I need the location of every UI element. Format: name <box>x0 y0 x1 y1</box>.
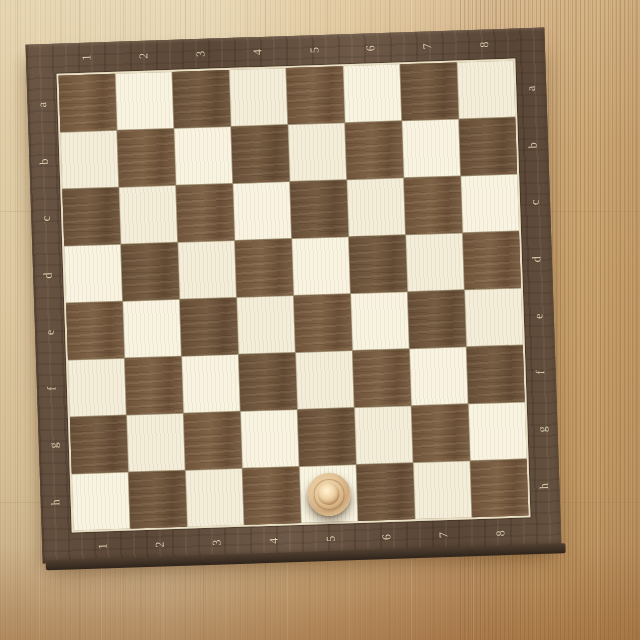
pawn-collar-ring <box>313 478 345 510</box>
square-g1[interactable] <box>70 416 128 474</box>
square-h3[interactable] <box>186 469 244 527</box>
square-f2[interactable] <box>125 357 183 415</box>
square-d6[interactable] <box>349 235 407 293</box>
square-f6[interactable] <box>353 349 411 407</box>
square-g8[interactable] <box>469 402 527 460</box>
square-b4[interactable] <box>231 125 289 183</box>
square-a5[interactable] <box>286 66 344 124</box>
square-b7[interactable] <box>402 119 460 177</box>
square-g5[interactable] <box>298 408 356 466</box>
square-a3[interactable] <box>173 70 231 128</box>
square-a4[interactable] <box>229 68 287 126</box>
square-b6[interactable] <box>345 121 403 179</box>
square-c2[interactable] <box>119 186 177 244</box>
square-e7[interactable] <box>408 290 466 348</box>
square-g4[interactable] <box>241 410 299 468</box>
square-g2[interactable] <box>127 414 185 472</box>
square-d8[interactable] <box>463 231 521 289</box>
square-d3[interactable] <box>178 241 236 299</box>
square-f4[interactable] <box>239 353 297 411</box>
square-d7[interactable] <box>406 233 464 291</box>
square-a6[interactable] <box>343 64 401 122</box>
square-c3[interactable] <box>176 184 234 242</box>
square-d5[interactable] <box>292 237 350 295</box>
pawn-head <box>317 483 340 506</box>
square-e6[interactable] <box>351 292 409 350</box>
square-h1[interactable] <box>72 473 130 531</box>
square-h5[interactable] <box>300 465 358 523</box>
square-c6[interactable] <box>347 178 405 236</box>
square-f7[interactable] <box>410 347 468 405</box>
square-e3[interactable] <box>180 298 238 356</box>
square-b1[interactable] <box>60 131 118 189</box>
square-c1[interactable] <box>62 188 120 246</box>
square-e4[interactable] <box>237 296 295 354</box>
square-f3[interactable] <box>182 355 240 413</box>
square-h7[interactable] <box>414 461 472 519</box>
square-a7[interactable] <box>400 62 458 120</box>
square-f8[interactable] <box>467 345 525 403</box>
white-pawn[interactable] <box>306 472 350 516</box>
square-a2[interactable] <box>116 72 174 130</box>
square-d2[interactable] <box>121 243 179 301</box>
square-h2[interactable] <box>129 471 187 529</box>
square-h6[interactable] <box>357 463 415 521</box>
square-b5[interactable] <box>288 123 346 181</box>
square-e1[interactable] <box>66 302 124 360</box>
square-d4[interactable] <box>235 239 293 297</box>
square-h4[interactable] <box>243 467 301 525</box>
square-f5[interactable] <box>296 351 354 409</box>
square-h8[interactable] <box>471 459 529 517</box>
square-c5[interactable] <box>290 180 348 238</box>
square-b3[interactable] <box>174 127 232 185</box>
square-g7[interactable] <box>412 404 470 462</box>
square-a8[interactable] <box>457 61 515 119</box>
square-e2[interactable] <box>123 300 181 358</box>
square-e5[interactable] <box>294 294 352 352</box>
square-g3[interactable] <box>184 412 242 470</box>
square-g6[interactable] <box>355 406 413 464</box>
board-field <box>57 59 531 533</box>
square-c8[interactable] <box>461 175 519 233</box>
square-c4[interactable] <box>233 182 291 240</box>
square-e8[interactable] <box>465 288 523 346</box>
chess-board: 12345678 12345678 abcdefgh abcdefgh <box>26 28 562 564</box>
square-d1[interactable] <box>64 245 122 303</box>
square-b8[interactable] <box>459 118 517 176</box>
square-b2[interactable] <box>117 129 175 187</box>
square-a1[interactable] <box>59 74 117 132</box>
square-f1[interactable] <box>68 359 126 417</box>
square-c7[interactable] <box>404 176 462 234</box>
